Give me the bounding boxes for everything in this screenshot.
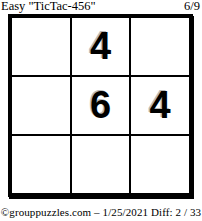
cell-r3c2[interactable] (71, 135, 131, 194)
puzzle-title: Easy "TicTac-456" (1, 0, 96, 13)
cell-r1c3[interactable] (130, 17, 190, 76)
footer-difficulty: Diff: 2 / 33 (151, 206, 201, 218)
cell-r3c3[interactable] (130, 135, 190, 194)
footer-dash: – (94, 206, 100, 218)
copyright-text: ©grouppuzzles.com (1, 206, 91, 218)
page-indicator: 6/9 (184, 0, 200, 13)
cell-r3c1[interactable] (11, 135, 71, 194)
cell-r2c2[interactable]: 6 (71, 76, 131, 135)
puzzle-page: Easy "TicTac-456" 6/9 4 6 4 ©grouppuzzle… (0, 0, 202, 221)
cell-r2c3[interactable]: 4 (130, 76, 190, 135)
cell-r1c2[interactable]: 4 (71, 17, 131, 76)
footer-date: 1/25/2021 (103, 206, 149, 218)
cell-r2c1[interactable] (11, 76, 71, 135)
footer: ©grouppuzzles.com – 1/25/2021 Diff: 2 / … (0, 206, 202, 219)
header: Easy "TicTac-456" 6/9 (1, 0, 200, 13)
tictac-board: 4 6 4 (8, 14, 193, 197)
cell-r1c1[interactable] (11, 17, 71, 76)
